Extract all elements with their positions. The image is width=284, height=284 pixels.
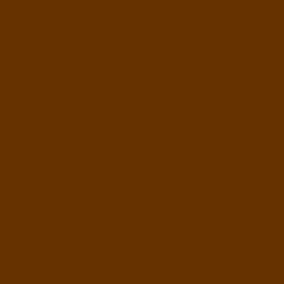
file-labels	[12, 0, 268, 11]
rank-labels	[0, 11, 12, 267]
chess-board	[12, 11, 268, 267]
chess-diagram-frame	[0, 0, 284, 284]
